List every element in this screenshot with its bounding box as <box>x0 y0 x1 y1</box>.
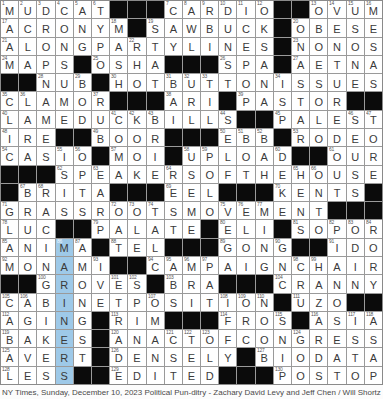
cell-r8c20[interactable]: E <box>347 129 364 146</box>
cell-r4c15[interactable]: A <box>256 56 273 73</box>
cell-r21c20[interactable]: O <box>347 367 364 384</box>
cell-r13c3[interactable]: C <box>37 220 54 237</box>
cell-r16c5[interactable]: O <box>74 275 91 292</box>
cell-r8c6[interactable]: 49B <box>92 129 109 146</box>
cell-r8c19[interactable]: D <box>328 129 345 146</box>
cell-r13c19[interactable]: 82P <box>328 220 345 237</box>
cell-r5c9[interactable]: T <box>147 74 164 91</box>
cell-r8c2[interactable]: R <box>19 129 36 146</box>
cell-r4c19[interactable]: T <box>328 56 345 73</box>
cell-r9c4[interactable]: 55I <box>56 147 73 164</box>
cell-r3c3[interactable]: O <box>37 38 54 55</box>
cell-r14c19[interactable]: 91I <box>328 239 345 256</box>
cell-r20c18[interactable]: D <box>310 348 327 365</box>
cell-r3c2[interactable]: L <box>19 38 36 55</box>
cell-r15c1[interactable]: 92M <box>1 257 18 274</box>
cell-r10c18[interactable]: 66O <box>310 166 327 183</box>
cell-r1c4[interactable]: 4C <box>56 1 73 18</box>
cell-r17c5[interactable]: N <box>74 294 91 311</box>
cell-r10c21[interactable]: E <box>365 166 382 183</box>
cell-r3c8[interactable]: 22R <box>128 38 145 55</box>
cell-r11c18[interactable]: N <box>310 184 327 201</box>
cell-r7c9[interactable]: 43B <box>147 111 164 128</box>
cell-r21c1[interactable]: 128L <box>1 367 18 384</box>
cell-r1c13[interactable]: 10D <box>219 1 236 18</box>
cell-r20c2[interactable]: V <box>19 348 36 365</box>
cell-r3c19[interactable]: N <box>328 38 345 55</box>
cell-r15c11[interactable]: 96M <box>183 257 200 274</box>
cell-r20c16[interactable]: I <box>274 348 291 365</box>
cell-r11c6[interactable]: A <box>92 184 109 201</box>
cell-r11c3[interactable]: 68R <box>37 184 54 201</box>
cell-r6c11[interactable]: R <box>183 92 200 109</box>
cell-r6c1[interactable]: 35C <box>1 92 18 109</box>
cell-r7c18[interactable]: L <box>310 111 327 128</box>
cell-r12c17[interactable]: N <box>292 202 309 219</box>
cell-r8c1[interactable]: 48I <box>1 129 18 146</box>
cell-r2c5[interactable]: N <box>74 19 91 36</box>
cell-r14c21[interactable]: O <box>365 239 382 256</box>
cell-r20c12[interactable]: L <box>201 348 218 365</box>
cell-r19c8[interactable]: N <box>128 330 145 347</box>
cell-r13c7[interactable]: A <box>110 220 127 237</box>
cell-r2c14[interactable]: C <box>237 19 254 36</box>
cell-r1c11[interactable]: 8A <box>183 1 200 18</box>
cell-r18c15[interactable]: O <box>256 312 273 329</box>
cell-r3c12[interactable]: I <box>201 38 218 55</box>
cell-r3c9[interactable]: T <box>147 38 164 55</box>
cell-r13c13[interactable]: 80E <box>219 220 236 237</box>
cell-r7c6[interactable]: U <box>92 111 109 128</box>
cell-r13c10[interactable]: T <box>165 220 182 237</box>
cell-r9c2[interactable]: A <box>19 147 36 164</box>
cell-r10c4[interactable]: 62S <box>56 166 73 183</box>
cell-r12c5[interactable]: S <box>74 202 91 219</box>
cell-r16c7[interactable]: 101E <box>110 275 127 292</box>
cell-r5c4[interactable]: U <box>56 74 73 91</box>
cell-r13c15[interactable]: I <box>256 220 273 237</box>
cell-r4c18[interactable]: E <box>310 56 327 73</box>
cell-r21c16[interactable]: 130P <box>274 367 291 384</box>
cell-r11c2[interactable]: 67B <box>19 184 36 201</box>
cell-r8c7[interactable]: O <box>110 129 127 146</box>
cell-r5c14[interactable]: O <box>237 74 254 91</box>
cell-r9c12[interactable]: 59P <box>201 147 218 164</box>
cell-r1c20[interactable]: 15U <box>347 1 364 18</box>
cell-r11c11[interactable]: E <box>183 184 200 201</box>
cell-r1c12[interactable]: 9R <box>201 1 218 18</box>
cell-r18c8[interactable]: I <box>128 312 145 329</box>
cell-r16c8[interactable]: 102S <box>128 275 145 292</box>
cell-r1c2[interactable]: 2U <box>19 1 36 18</box>
cell-r18c14[interactable]: R <box>237 312 254 329</box>
cell-r1c21[interactable]: 16M <box>365 1 382 18</box>
cell-r3c11[interactable]: L <box>183 38 200 55</box>
cell-r7c7[interactable]: 41C <box>110 111 127 128</box>
cell-r9c19[interactable]: 61O <box>328 147 345 164</box>
cell-r21c8[interactable]: D <box>128 367 145 384</box>
cell-r3c18[interactable]: O <box>310 38 327 55</box>
cell-r9c7[interactable]: 57M <box>110 147 127 164</box>
cell-r12c8[interactable]: 73O <box>128 202 145 219</box>
cell-r12c6[interactable]: R <box>92 202 109 219</box>
cell-r8c18[interactable]: O <box>310 129 327 146</box>
cell-r12c18[interactable]: T <box>310 202 327 219</box>
cell-r17c12[interactable]: T <box>201 294 218 311</box>
cell-r20c20[interactable]: T <box>347 348 364 365</box>
cell-r2c6[interactable]: Y <box>92 19 109 36</box>
cell-r6c4[interactable]: M <box>56 92 73 109</box>
cell-r17c8[interactable]: P <box>128 294 145 311</box>
cell-r10c5[interactable]: P <box>74 166 91 183</box>
cell-r19c3[interactable]: K <box>37 330 54 347</box>
cell-r14c3[interactable]: I <box>37 239 54 256</box>
cell-r18c21[interactable]: 118A <box>365 312 382 329</box>
cell-r1c18[interactable]: 13O <box>310 1 327 18</box>
cell-r16c20[interactable]: N <box>347 275 364 292</box>
cell-r12c14[interactable]: 76E <box>237 202 254 219</box>
cell-r6c10[interactable]: 38A <box>165 92 182 109</box>
cell-r2c2[interactable]: C <box>19 19 36 36</box>
cell-r2c11[interactable]: W <box>183 19 200 36</box>
cell-r20c19[interactable]: A <box>328 348 345 365</box>
cell-r20c10[interactable]: S <box>165 348 182 365</box>
cell-r21c4[interactable]: S <box>56 367 73 384</box>
cell-r17c1[interactable]: 105C <box>1 294 18 311</box>
cell-r17c17[interactable]: 111U <box>292 294 309 311</box>
cell-r4c13[interactable]: 26S <box>219 56 236 73</box>
cell-r21c7[interactable]: 129E <box>110 367 127 384</box>
cell-r6c6[interactable]: 37R <box>92 92 109 109</box>
cell-r6c17[interactable]: T <box>292 92 309 109</box>
cell-r12c13[interactable]: 75V <box>219 202 236 219</box>
cell-r19c4[interactable]: E <box>56 330 73 347</box>
cell-r2c15[interactable]: K <box>256 19 273 36</box>
cell-r20c9[interactable]: N <box>147 348 164 365</box>
cell-r10c19[interactable]: U <box>328 166 345 183</box>
cell-r9c11[interactable]: 58U <box>183 147 200 164</box>
cell-r8c15[interactable]: 52B <box>256 129 273 146</box>
cell-r15c4[interactable]: A <box>56 257 73 274</box>
cell-r5c7[interactable]: 30H <box>110 74 127 91</box>
cell-r5c8[interactable]: O <box>128 74 145 91</box>
cell-r9c3[interactable]: S <box>37 147 54 164</box>
cell-r12c3[interactable]: A <box>37 202 54 219</box>
cell-r19c18[interactable]: R <box>310 330 327 347</box>
cell-r19c17[interactable]: 124G <box>292 330 309 347</box>
cell-r10c8[interactable]: K <box>128 166 145 183</box>
cell-r11c16[interactable]: 70K <box>274 184 291 201</box>
cell-r11c12[interactable]: L <box>201 184 218 201</box>
cell-r13c6[interactable]: 79P <box>92 220 109 237</box>
cell-r12c9[interactable]: 74T <box>147 202 164 219</box>
cell-r18c5[interactable]: G <box>74 312 91 329</box>
cell-r4c9[interactable]: A <box>147 56 164 73</box>
cell-r17c9[interactable]: 107O <box>147 294 164 311</box>
cell-r15c15[interactable]: G <box>256 257 273 274</box>
cell-r1c10[interactable]: 7C <box>165 1 182 18</box>
cell-r12c1[interactable]: 71G <box>1 202 18 219</box>
cell-r21c17[interactable]: O <box>292 367 309 384</box>
cell-r1c19[interactable]: 14V <box>328 1 345 18</box>
cell-r11c10[interactable]: 69E <box>165 184 182 201</box>
cell-r9c1[interactable]: 54C <box>1 147 18 164</box>
cell-r4c20[interactable]: N <box>347 56 364 73</box>
cell-r11c20[interactable]: S <box>347 184 364 201</box>
cell-r7c5[interactable]: D <box>74 111 91 128</box>
cell-r20c21[interactable]: A <box>365 348 382 365</box>
cell-r5c11[interactable]: 32U <box>183 74 200 91</box>
cell-r15c20[interactable]: I <box>347 257 364 274</box>
cell-r19c11[interactable]: 122T <box>183 330 200 347</box>
cell-r17c2[interactable]: 106A <box>19 294 36 311</box>
cell-r2c13[interactable]: U <box>219 19 236 36</box>
cell-r16c21[interactable]: Y <box>365 275 382 292</box>
cell-r9c5[interactable]: 56O <box>74 147 91 164</box>
cell-r4c21[interactable]: A <box>365 56 382 73</box>
cell-r1c14[interactable]: 11I <box>237 1 254 18</box>
cell-r9c14[interactable]: O <box>237 147 254 164</box>
cell-r4c7[interactable]: S <box>110 56 127 73</box>
cell-r14c14[interactable]: O <box>237 239 254 256</box>
cell-r20c4[interactable]: R <box>56 348 73 365</box>
cell-r5c17[interactable]: S <box>292 74 309 91</box>
cell-r2c1[interactable]: 17A <box>1 19 18 36</box>
cell-r19c14[interactable]: C <box>237 330 254 347</box>
cell-r8c17[interactable]: 53R <box>292 129 309 146</box>
cell-r16c4[interactable]: R <box>56 275 73 292</box>
cell-r14c13[interactable]: 89G <box>219 239 236 256</box>
cell-r12c16[interactable]: E <box>274 202 291 219</box>
cell-r4c4[interactable]: S <box>56 56 73 73</box>
cell-r17c4[interactable]: I <box>56 294 73 311</box>
cell-r10c9[interactable]: E <box>147 166 164 183</box>
cell-r15c5[interactable]: M <box>74 257 91 274</box>
cell-r10c17[interactable]: 65H <box>292 166 309 183</box>
cell-r7c13[interactable]: 44S <box>219 111 236 128</box>
cell-r13c11[interactable]: E <box>183 220 200 237</box>
cell-r2c17[interactable]: 20O <box>292 19 309 36</box>
cell-r6c5[interactable]: O <box>74 92 91 109</box>
cell-r14c16[interactable]: 90G <box>274 239 291 256</box>
cell-r3c7[interactable]: A <box>110 38 127 55</box>
cell-r7c2[interactable]: A <box>19 111 36 128</box>
cell-r18c7[interactable]: 113R <box>110 312 127 329</box>
cell-r3c4[interactable]: N <box>56 38 73 55</box>
cell-r8c8[interactable]: O <box>128 129 145 146</box>
cell-r20c11[interactable]: E <box>183 348 200 365</box>
cell-r6c16[interactable]: S <box>274 92 291 109</box>
cell-r20c17[interactable]: O <box>292 348 309 365</box>
cell-r19c21[interactable]: S <box>365 330 382 347</box>
cell-r12c7[interactable]: 72O <box>110 202 127 219</box>
cell-r14c5[interactable]: 87A <box>74 239 91 256</box>
cell-r2c9[interactable]: 19S <box>147 19 164 36</box>
cell-r20c1[interactable]: 125A <box>1 348 18 365</box>
cell-r13c21[interactable]: 84R <box>365 220 382 237</box>
cell-r12c11[interactable]: M <box>183 202 200 219</box>
cell-r13c8[interactable]: L <box>128 220 145 237</box>
cell-r2c3[interactable]: R <box>37 19 54 36</box>
cell-r11c5[interactable]: T <box>74 184 91 201</box>
cell-r10c15[interactable]: H <box>256 166 273 183</box>
cell-r6c18[interactable]: O <box>310 92 327 109</box>
cell-r12c15[interactable]: 77M <box>256 202 273 219</box>
cell-r20c3[interactable]: E <box>37 348 54 365</box>
cell-r15c17[interactable]: 98C <box>292 257 309 274</box>
cell-r15c13[interactable]: A <box>219 257 236 274</box>
cell-r6c19[interactable]: R <box>328 92 345 109</box>
cell-r10c13[interactable]: F <box>219 166 236 183</box>
cell-r2c7[interactable]: 18M <box>110 19 127 36</box>
cell-r9c16[interactable]: 60D <box>274 147 291 164</box>
cell-r10c10[interactable]: 64R <box>165 166 182 183</box>
cell-r7c12[interactable]: L <box>201 111 218 128</box>
cell-r11c4[interactable]: I <box>56 184 73 201</box>
cell-r4c2[interactable]: A <box>19 56 36 73</box>
cell-r7c8[interactable]: 42K <box>128 111 145 128</box>
cell-r21c12[interactable]: D <box>201 367 218 384</box>
cell-r19c7[interactable]: 120A <box>110 330 127 347</box>
cell-r18c13[interactable]: 114F <box>219 312 236 329</box>
cell-r13c17[interactable]: 81S <box>292 220 309 237</box>
cell-r5c18[interactable]: S <box>310 74 327 91</box>
cell-r10c20[interactable]: S <box>347 166 364 183</box>
cell-r8c13[interactable]: 50E <box>219 129 236 146</box>
cell-r17c7[interactable]: T <box>110 294 127 311</box>
cell-r9c20[interactable]: U <box>347 147 364 164</box>
cell-r15c3[interactable]: N <box>37 257 54 274</box>
cell-r13c1[interactable]: 78L <box>1 220 18 237</box>
cell-r21c21[interactable]: P <box>365 367 382 384</box>
cell-r8c9[interactable]: R <box>147 129 164 146</box>
cell-r11c17[interactable]: E <box>292 184 309 201</box>
cell-r7c17[interactable]: A <box>292 111 309 128</box>
cell-r18c19[interactable]: S <box>328 312 345 329</box>
cell-r3c1[interactable]: 21A <box>1 38 18 55</box>
cell-r13c9[interactable]: A <box>147 220 164 237</box>
cell-r14c8[interactable]: E <box>128 239 145 256</box>
cell-r9c9[interactable]: I <box>147 147 164 164</box>
cell-r7c3[interactable]: M <box>37 111 54 128</box>
cell-r10c7[interactable]: A <box>110 166 127 183</box>
cell-r7c10[interactable]: I <box>165 111 182 128</box>
cell-r4c1[interactable]: 24M <box>1 56 18 73</box>
cell-r8c3[interactable]: E <box>37 129 54 146</box>
cell-r2c19[interactable]: E <box>328 19 345 36</box>
cell-r15c21[interactable]: R <box>365 257 382 274</box>
cell-r18c4[interactable]: N <box>56 312 73 329</box>
cell-r5c12[interactable]: 33T <box>201 74 218 91</box>
cell-r19c20[interactable]: S <box>347 330 364 347</box>
cell-r2c20[interactable]: S <box>347 19 364 36</box>
cell-r17c11[interactable]: I <box>183 294 200 311</box>
cell-r5c16[interactable]: 34I <box>274 74 291 91</box>
cell-r19c2[interactable]: A <box>19 330 36 347</box>
cell-r7c20[interactable]: 46S <box>347 111 364 128</box>
cell-r1c15[interactable]: 12O <box>256 1 273 18</box>
cell-r7c11[interactable]: L <box>183 111 200 128</box>
cell-r16c10[interactable]: 103B <box>165 275 182 292</box>
cell-r10c12[interactable]: O <box>201 166 218 183</box>
cell-r20c13[interactable]: Y <box>219 348 236 365</box>
cell-r7c19[interactable]: E <box>328 111 345 128</box>
cell-r5c21[interactable]: S <box>365 74 382 91</box>
cell-r6c15[interactable]: A <box>256 92 273 109</box>
cell-r21c10[interactable]: T <box>165 367 182 384</box>
cell-r19c10[interactable]: 121C <box>165 330 182 347</box>
cell-r4c17[interactable]: 27A <box>292 56 309 73</box>
cell-r5c3[interactable]: 28N <box>37 74 54 91</box>
cell-r19c19[interactable]: E <box>328 330 345 347</box>
cell-r20c8[interactable]: E <box>128 348 145 365</box>
cell-r19c1[interactable]: 119B <box>1 330 18 347</box>
cell-r7c21[interactable]: 47T <box>365 111 382 128</box>
cell-r5c13[interactable]: T <box>219 74 236 91</box>
cell-r1c1[interactable]: 1M <box>1 1 18 18</box>
cell-r9c13[interactable]: L <box>219 147 236 164</box>
cell-r17c15[interactable]: 110N <box>256 294 273 311</box>
cell-r16c16[interactable]: 104C <box>274 275 291 292</box>
cell-r15c12[interactable]: 97P <box>201 257 218 274</box>
cell-r5c20[interactable]: E <box>347 74 364 91</box>
cell-r10c11[interactable]: S <box>183 166 200 183</box>
cell-r2c10[interactable]: A <box>165 19 182 36</box>
cell-r21c2[interactable]: E <box>19 367 36 384</box>
cell-r16c19[interactable]: N <box>328 275 345 292</box>
cell-r20c7[interactable]: 126D <box>110 348 127 365</box>
cell-r3c14[interactable]: E <box>237 38 254 55</box>
cell-r3c5[interactable]: G <box>74 38 91 55</box>
cell-r17c3[interactable]: B <box>37 294 54 311</box>
cell-r5c10[interactable]: 31B <box>165 74 182 91</box>
cell-r1c3[interactable]: 3D <box>37 1 54 18</box>
cell-r10c16[interactable]: E <box>274 166 291 183</box>
cell-r16c6[interactable]: V <box>92 275 109 292</box>
cell-r15c16[interactable]: N <box>274 257 291 274</box>
cell-r10c6[interactable]: 63E <box>92 166 109 183</box>
cell-r9c21[interactable]: R <box>365 147 382 164</box>
cell-r15c19[interactable]: A <box>328 257 345 274</box>
cell-r16c18[interactable]: A <box>310 275 327 292</box>
cell-r18c1[interactable]: 112A <box>1 312 18 329</box>
cell-r15c9[interactable]: 94C <box>147 257 164 274</box>
cell-r18c2[interactable]: G <box>19 312 36 329</box>
cell-r9c15[interactable]: A <box>256 147 273 164</box>
cell-r5c19[interactable]: U <box>328 74 345 91</box>
cell-r11c19[interactable]: T <box>328 184 345 201</box>
cell-r13c2[interactable]: U <box>19 220 36 237</box>
cell-r7c4[interactable]: E <box>56 111 73 128</box>
cell-r14c1[interactable]: 85A <box>1 239 18 256</box>
cell-r4c6[interactable]: 25O <box>92 56 109 73</box>
cell-r20c5[interactable]: T <box>74 348 91 365</box>
crossword-grid[interactable]: 1M2U3D4C5A6T7C8A9R10D11I12O13O14V15U16M1… <box>0 0 383 385</box>
cell-r6c2[interactable]: 36L <box>19 92 36 109</box>
cell-r15c6[interactable]: 93I <box>92 257 109 274</box>
cell-r17c14[interactable]: 109O <box>237 294 254 311</box>
cell-r4c14[interactable]: P <box>237 56 254 73</box>
cell-r7c1[interactable]: 40L <box>1 111 18 128</box>
cell-r18c18[interactable]: 116A <box>310 312 327 329</box>
cell-r4c8[interactable]: H <box>128 56 145 73</box>
cell-r2c21[interactable]: E <box>365 19 382 36</box>
cell-r19c5[interactable]: S <box>74 330 91 347</box>
cell-r8c21[interactable]: O <box>365 129 382 146</box>
cell-r18c16[interactable]: 115S <box>274 312 291 329</box>
cell-r17c19[interactable]: O <box>328 294 345 311</box>
cell-r20c15[interactable]: 127B <box>256 348 273 365</box>
